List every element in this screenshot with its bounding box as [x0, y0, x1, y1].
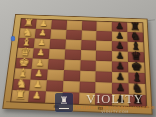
square-r8c2: ♟	[28, 91, 46, 103]
black-knight: ♞	[127, 31, 143, 42]
white-pawn: ♟	[28, 91, 46, 101]
square-r3c7: ♟	[112, 41, 128, 52]
square-r3c8: ♝	[128, 42, 144, 53]
square-r8c1: ♜	[11, 90, 29, 102]
square-r5c2: ♟	[31, 58, 48, 69]
white-knight: ♞	[13, 78, 31, 91]
watermark-line2: VIOLITY.COM	[101, 110, 129, 114]
square-r2c4	[66, 30, 82, 40]
watermark-title: VIOLITY	[86, 93, 144, 105]
square-r6c4	[63, 70, 80, 81]
black-pawn: ♟	[112, 22, 127, 30]
square-r6c8: ♝	[128, 72, 145, 83]
square-r4c5	[80, 50, 96, 61]
square-r3c2: ♟	[34, 38, 50, 48]
white-pawn: ♟	[33, 48, 50, 57]
square-r2c7: ♟	[112, 31, 128, 41]
square-r6c1: ♝	[14, 68, 31, 79]
square-r6c3	[47, 69, 64, 80]
square-r5c4	[64, 60, 81, 71]
square-r5c1: ♚	[15, 58, 32, 69]
white-pawn: ♟	[35, 29, 51, 38]
square-r1c6	[97, 22, 112, 32]
white-pawn: ♟	[32, 59, 49, 68]
white-queen: ♛	[17, 46, 34, 58]
square-r4c2: ♟	[33, 48, 50, 59]
square-r5c7: ♟	[112, 61, 128, 72]
square-r4c1: ♛	[17, 48, 34, 59]
black-bishop: ♝	[128, 71, 145, 83]
black-pawn: ♟	[112, 51, 128, 60]
square-r5c5	[80, 60, 96, 71]
square-r3c5	[81, 40, 97, 50]
white-pawn: ♟	[29, 80, 46, 90]
square-r7c3	[46, 80, 63, 92]
square-r2c6	[97, 31, 113, 41]
square-r1c2: ♟	[36, 19, 52, 29]
white-bishop: ♝	[18, 37, 35, 48]
white-rook: ♜	[11, 89, 29, 102]
square-r4c6	[96, 51, 112, 62]
black-bishop: ♝	[128, 40, 144, 51]
black-pawn: ♟	[112, 72, 128, 82]
square-r5c8: ♚	[128, 62, 145, 73]
square-r4c4	[64, 49, 80, 60]
black-queen: ♛	[128, 50, 144, 62]
violity-watermark: ♜ VIOLITY АУКЦИОН ДЛЯ КОЛЛЕКЦИОНЕРОВ VIO…	[55, 93, 155, 114]
crown-castle-icon: ♜	[55, 93, 73, 112]
square-r3c3	[49, 39, 65, 49]
square-r6c5	[79, 71, 96, 82]
black-rook: ♜	[127, 21, 143, 32]
white-knight: ♞	[19, 27, 36, 38]
square-r1c4	[66, 20, 82, 30]
square-r7c1: ♞	[13, 79, 31, 91]
square-r2c5	[81, 30, 97, 40]
square-r2c1: ♞	[19, 28, 35, 38]
white-rook: ♜	[20, 18, 36, 29]
square-r1c3	[51, 20, 67, 30]
square-r5c3	[48, 59, 65, 70]
square-r4c3	[48, 49, 65, 60]
square-r1c7: ♟	[112, 22, 127, 32]
white-bishop: ♝	[14, 67, 32, 79]
square-r3c6	[96, 41, 112, 52]
square-r3c1: ♝	[18, 38, 35, 48]
square-r6c2: ♟	[30, 69, 47, 80]
white-pawn: ♟	[36, 20, 52, 28]
black-king: ♚	[128, 61, 145, 73]
square-r6c7: ♟	[112, 72, 128, 83]
white-pawn: ♟	[34, 39, 50, 48]
white-king: ♚	[15, 57, 32, 69]
black-pawn: ♟	[112, 41, 128, 50]
photo-background: ♜♟♟♜♞♟♟♞♝♟♟♝♛♟♟♛♚♟♟♚♝♟♟♝♞♟♟♞♜♟♟♜ ♜ VIOLI…	[0, 0, 156, 117]
black-pawn: ♟	[112, 62, 128, 71]
square-r6c6	[96, 71, 112, 82]
square-r3c4	[65, 40, 81, 50]
square-r7c2: ♟	[29, 80, 46, 92]
square-r1c1: ♜	[20, 19, 36, 29]
square-r1c5	[81, 21, 96, 31]
square-r2c2: ♟	[35, 29, 51, 39]
black-pawn: ♟	[112, 32, 128, 41]
blue-sticker	[11, 36, 15, 41]
square-r2c3	[50, 29, 66, 39]
square-r2c8: ♞	[127, 32, 143, 42]
square-r4c7: ♟	[112, 51, 128, 62]
square-r7c4	[62, 81, 79, 93]
white-pawn: ♟	[30, 69, 47, 79]
square-r4c8: ♛	[128, 52, 144, 63]
square-r1c8: ♜	[127, 23, 143, 33]
square-r5c6	[96, 61, 112, 72]
